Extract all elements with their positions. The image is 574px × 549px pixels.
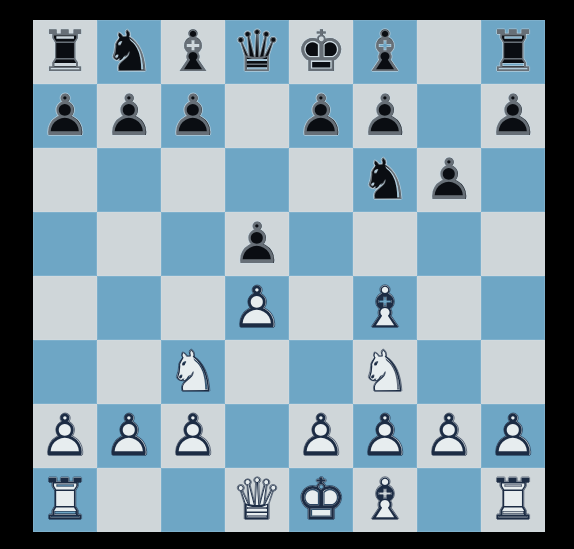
piece-black-queen[interactable]: ♛♕ [225,20,289,84]
white-bishop-glyph-fill: ♝ [353,468,417,532]
square-b5[interactable] [97,212,161,276]
black-pawn-glyph-fill: ♟ [97,84,161,148]
black-pawn-glyph-fill: ♟ [225,212,289,276]
square-g2[interactable]: ♟♙ [417,404,481,468]
square-h2[interactable]: ♟♙ [481,404,545,468]
square-g6[interactable]: ♟♙ [417,148,481,212]
square-e8[interactable]: ♚♔ [289,20,353,84]
white-pawn-glyph-fill: ♟ [481,404,545,468]
white-knight-glyph-fill: ♞ [161,340,225,404]
square-e6[interactable] [289,148,353,212]
square-g7[interactable] [417,84,481,148]
square-g8[interactable] [417,20,481,84]
square-h1[interactable]: ♜♖ [481,468,545,532]
piece-white-knight[interactable]: ♞♘ [353,340,417,404]
piece-white-pawn[interactable]: ♟♙ [161,404,225,468]
square-b7[interactable]: ♟♙ [97,84,161,148]
square-f7[interactable]: ♟♙ [353,84,417,148]
square-a8[interactable]: ♜♖ [33,20,97,84]
square-h8[interactable]: ♜♖ [481,20,545,84]
square-h4[interactable] [481,276,545,340]
video-frame: ♜♖♞♘♝♗♛♕♚♔♝♗♜♖♟♙♟♙♟♙♟♙♟♙♟♙♞♘♟♙♟♙♟♙♝♗♞♘♞♘… [0,0,574,549]
piece-white-knight[interactable]: ♞♘ [161,340,225,404]
square-a3[interactable] [33,340,97,404]
piece-white-pawn[interactable]: ♟♙ [417,404,481,468]
black-pawn-glyph-detail: ♙ [353,84,417,148]
white-pawn-glyph-detail: ♙ [417,404,481,468]
black-pawn-glyph-fill: ♟ [417,148,481,212]
white-pawn-glyph-fill: ♟ [289,404,353,468]
black-pawn-glyph-detail: ♙ [33,84,97,148]
square-a6[interactable] [33,148,97,212]
square-g4[interactable] [417,276,481,340]
square-b8[interactable]: ♞♘ [97,20,161,84]
white-rook-glyph-detail: ♖ [33,468,97,532]
square-e4[interactable] [289,276,353,340]
piece-black-pawn[interactable]: ♟♙ [481,84,545,148]
piece-white-pawn[interactable]: ♟♙ [97,404,161,468]
square-f4[interactable]: ♝♗ [353,276,417,340]
piece-black-pawn[interactable]: ♟♙ [289,84,353,148]
piece-black-pawn[interactable]: ♟♙ [161,84,225,148]
black-pawn-glyph-detail: ♙ [161,84,225,148]
square-h6[interactable] [481,148,545,212]
black-pawn-glyph-detail: ♙ [417,148,481,212]
piece-white-pawn[interactable]: ♟♙ [225,276,289,340]
white-pawn-glyph-detail: ♙ [481,404,545,468]
white-rook-glyph-fill: ♜ [33,468,97,532]
square-a7[interactable]: ♟♙ [33,84,97,148]
piece-white-rook[interactable]: ♜♖ [481,468,545,532]
white-pawn-glyph-fill: ♟ [353,404,417,468]
piece-black-pawn[interactable]: ♟♙ [33,84,97,148]
square-h3[interactable] [481,340,545,404]
square-g3[interactable] [417,340,481,404]
square-a2[interactable]: ♟♙ [33,404,97,468]
white-king-glyph-fill: ♚ [289,468,353,532]
square-e1[interactable]: ♚♔ [289,468,353,532]
square-c8[interactable]: ♝♗ [161,20,225,84]
piece-black-rook[interactable]: ♜♖ [481,20,545,84]
black-pawn-glyph-detail: ♙ [289,84,353,148]
square-b4[interactable] [97,276,161,340]
piece-white-bishop[interactable]: ♝♗ [353,468,417,532]
piece-black-knight[interactable]: ♞♘ [97,20,161,84]
square-c7[interactable]: ♟♙ [161,84,225,148]
square-f3[interactable]: ♞♘ [353,340,417,404]
black-pawn-glyph-fill: ♟ [161,84,225,148]
piece-white-pawn[interactable]: ♟♙ [353,404,417,468]
white-pawn-glyph-detail: ♙ [161,404,225,468]
black-queen-glyph-fill: ♛ [225,20,289,84]
white-pawn-glyph-fill: ♟ [161,404,225,468]
black-pawn-glyph-detail: ♙ [97,84,161,148]
square-a1[interactable]: ♜♖ [33,468,97,532]
square-b3[interactable] [97,340,161,404]
square-c6[interactable] [161,148,225,212]
square-f1[interactable]: ♝♗ [353,468,417,532]
white-bishop-glyph-detail: ♗ [353,276,417,340]
white-queen-glyph-fill: ♛ [225,468,289,532]
black-bishop-glyph-fill: ♝ [161,20,225,84]
white-pawn-glyph-fill: ♟ [417,404,481,468]
piece-black-pawn[interactable]: ♟♙ [225,212,289,276]
piece-black-pawn[interactable]: ♟♙ [353,84,417,148]
black-pawn-glyph-fill: ♟ [353,84,417,148]
black-rook-glyph-detail: ♖ [33,20,97,84]
piece-white-rook[interactable]: ♜♖ [33,468,97,532]
white-king-glyph-detail: ♔ [289,468,353,532]
square-e3[interactable] [289,340,353,404]
piece-black-knight[interactable]: ♞♘ [353,148,417,212]
white-pawn-glyph-detail: ♙ [353,404,417,468]
square-f8[interactable]: ♝♗ [353,20,417,84]
square-d5[interactable]: ♟♙ [225,212,289,276]
square-c3[interactable]: ♞♘ [161,340,225,404]
black-king-glyph-fill: ♚ [289,20,353,84]
black-rook-glyph-detail: ♖ [481,20,545,84]
white-pawn-glyph-detail: ♙ [97,404,161,468]
piece-white-pawn[interactable]: ♟♙ [289,404,353,468]
square-b1[interactable] [97,468,161,532]
black-bishop-glyph-fill: ♝ [353,20,417,84]
chess-board: ♜♖♞♘♝♗♛♕♚♔♝♗♜♖♟♙♟♙♟♙♟♙♟♙♟♙♞♘♟♙♟♙♟♙♝♗♞♘♞♘… [33,20,545,532]
white-pawn-glyph-fill: ♟ [97,404,161,468]
square-f6[interactable]: ♞♘ [353,148,417,212]
black-knight-glyph-fill: ♞ [97,20,161,84]
black-bishop-glyph-detail: ♗ [161,20,225,84]
piece-white-pawn[interactable]: ♟♙ [33,404,97,468]
black-pawn-glyph-fill: ♟ [481,84,545,148]
square-f5[interactable] [353,212,417,276]
white-rook-glyph-detail: ♖ [481,468,545,532]
square-g5[interactable] [417,212,481,276]
piece-black-bishop[interactable]: ♝♗ [353,20,417,84]
square-c1[interactable] [161,468,225,532]
white-pawn-glyph-detail: ♙ [289,404,353,468]
black-knight-glyph-fill: ♞ [353,148,417,212]
black-rook-glyph-fill: ♜ [481,20,545,84]
square-d7[interactable] [225,84,289,148]
white-pawn-glyph-detail: ♙ [33,404,97,468]
white-knight-glyph-detail: ♘ [161,340,225,404]
square-d4[interactable]: ♟♙ [225,276,289,340]
piece-black-bishop[interactable]: ♝♗ [161,20,225,84]
piece-white-queen[interactable]: ♛♕ [225,468,289,532]
black-pawn-glyph-fill: ♟ [289,84,353,148]
black-knight-glyph-detail: ♘ [97,20,161,84]
square-g1[interactable] [417,468,481,532]
white-pawn-glyph-fill: ♟ [33,404,97,468]
piece-black-pawn[interactable]: ♟♙ [417,148,481,212]
black-pawn-glyph-detail: ♙ [481,84,545,148]
white-pawn-glyph-detail: ♙ [225,276,289,340]
white-knight-glyph-detail: ♘ [353,340,417,404]
square-a5[interactable] [33,212,97,276]
black-queen-glyph-detail: ♕ [225,20,289,84]
black-king-glyph-detail: ♔ [289,20,353,84]
black-pawn-glyph-fill: ♟ [33,84,97,148]
white-bishop-glyph-fill: ♝ [353,276,417,340]
piece-black-pawn[interactable]: ♟♙ [97,84,161,148]
square-b2[interactable]: ♟♙ [97,404,161,468]
piece-black-rook[interactable]: ♜♖ [33,20,97,84]
piece-white-king[interactable]: ♚♔ [289,468,353,532]
white-knight-glyph-fill: ♞ [353,340,417,404]
square-h5[interactable] [481,212,545,276]
black-bishop-glyph-detail: ♗ [353,20,417,84]
square-h7[interactable]: ♟♙ [481,84,545,148]
square-d8[interactable]: ♛♕ [225,20,289,84]
white-rook-glyph-fill: ♜ [481,468,545,532]
white-bishop-glyph-detail: ♗ [353,468,417,532]
piece-white-bishop[interactable]: ♝♗ [353,276,417,340]
piece-white-pawn[interactable]: ♟♙ [481,404,545,468]
square-c5[interactable] [161,212,225,276]
black-pawn-glyph-detail: ♙ [225,212,289,276]
black-knight-glyph-detail: ♘ [353,148,417,212]
square-d3[interactable] [225,340,289,404]
square-a4[interactable] [33,276,97,340]
square-e2[interactable]: ♟♙ [289,404,353,468]
white-pawn-glyph-fill: ♟ [225,276,289,340]
black-rook-glyph-fill: ♜ [33,20,97,84]
square-c2[interactable]: ♟♙ [161,404,225,468]
square-f2[interactable]: ♟♙ [353,404,417,468]
square-c4[interactable] [161,276,225,340]
square-d1[interactable]: ♛♕ [225,468,289,532]
square-e7[interactable]: ♟♙ [289,84,353,148]
square-e5[interactable] [289,212,353,276]
square-d6[interactable] [225,148,289,212]
square-d2[interactable] [225,404,289,468]
piece-black-king[interactable]: ♚♔ [289,20,353,84]
white-queen-glyph-detail: ♕ [225,468,289,532]
square-b6[interactable] [97,148,161,212]
